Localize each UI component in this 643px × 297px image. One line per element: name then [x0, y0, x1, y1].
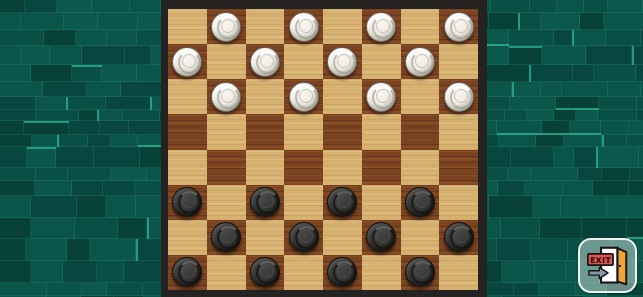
- game-screen: ⛀⛀⛀⛀⛀⛀⛀⛀⛀⛀⛀⛀⛂⛂⛂⛂⛂⛂⛂⛂⛂⛂⛂⛂ EXIT: [0, 0, 643, 297]
- background-tile: [88, 135, 111, 147]
- board-square-h8[interactable]: ⛀: [439, 9, 478, 44]
- board-square-b8[interactable]: ⛀: [207, 9, 246, 44]
- background-tile: [539, 283, 576, 296]
- background-tile: [554, 110, 576, 121]
- background-tile: [604, 13, 643, 30]
- background-tile: [36, 97, 68, 110]
- board-square-g7[interactable]: ⛀: [401, 44, 440, 79]
- background-tile: [0, 147, 27, 168]
- background-tile: [0, 121, 24, 135]
- background-tile: [542, 46, 586, 65]
- background-tile: [50, 46, 82, 65]
- background-tile: [0, 82, 43, 97]
- background-tile: [576, 110, 598, 121]
- background-tile: [31, 261, 63, 283]
- background-tile: [69, 121, 100, 135]
- background-tile: [582, 218, 627, 239]
- background-tile: [44, 30, 76, 46]
- board-square-g5[interactable]: [401, 114, 440, 149]
- background-tile: [564, 135, 602, 147]
- board-square-h2[interactable]: ⛂: [439, 220, 478, 255]
- background-tile: [527, 110, 554, 121]
- white-piece[interactable]: ⛀: [327, 47, 357, 77]
- background-tile: [92, 0, 130, 13]
- background-tile: [511, 147, 554, 168]
- exit-icon: EXIT: [587, 246, 629, 286]
- board-square-a1[interactable]: ⛂: [168, 255, 207, 290]
- background-tile: [125, 46, 151, 65]
- board-square-f2[interactable]: ⛂: [362, 220, 401, 255]
- board-square-b6[interactable]: ⛀: [207, 79, 246, 114]
- background-tile: [0, 65, 31, 82]
- background-tile: [111, 135, 138, 147]
- background-tile: [594, 65, 636, 82]
- board-square-a3[interactable]: ⛂: [168, 185, 207, 220]
- board-square-h3: [439, 185, 478, 220]
- background-tile: [497, 239, 531, 261]
- background-tile: [599, 97, 637, 110]
- background-tile: [68, 97, 106, 110]
- background-tile: [94, 147, 140, 168]
- board-square-h5: [439, 114, 478, 149]
- board-square-d7: [284, 44, 323, 79]
- board-square-f8[interactable]: ⛀: [362, 9, 401, 44]
- background-tile: [21, 46, 50, 65]
- board-square-b3: [207, 185, 246, 220]
- board-square-c7[interactable]: ⛀: [246, 44, 285, 79]
- background-tile: [0, 0, 25, 13]
- black-piece[interactable]: ⛂: [327, 187, 357, 217]
- background-tile: [629, 121, 643, 135]
- checkers-board: ⛀⛀⛀⛀⛀⛀⛀⛀⛀⛀⛀⛀⛂⛂⛂⛂⛂⛂⛂⛂⛂⛂⛂⛂: [161, 0, 487, 297]
- background-tile: [76, 30, 107, 46]
- board-square-b2[interactable]: ⛂: [207, 220, 246, 255]
- background-tile: [72, 181, 103, 196]
- background-tile: [98, 13, 138, 30]
- background-tile: [75, 218, 118, 239]
- background-tile: [512, 82, 541, 97]
- background-tile: [570, 121, 601, 135]
- background-tile: [72, 65, 102, 82]
- board-square-f7: [362, 44, 401, 79]
- background-tile: [0, 135, 32, 147]
- background-tile: [607, 196, 643, 218]
- white-piece[interactable]: ⛀: [172, 47, 202, 77]
- board-square-f4[interactable]: [362, 150, 401, 185]
- board-square-a2: [168, 220, 207, 255]
- board-square-c6: [246, 79, 285, 114]
- background-tile: [541, 82, 562, 97]
- background-tile: [533, 196, 561, 218]
- background-tile: [43, 82, 87, 97]
- board-square-d5: [284, 114, 323, 149]
- background-tile: [0, 261, 31, 283]
- background-tile: [0, 218, 31, 239]
- board-square-e3[interactable]: ⛂: [323, 185, 362, 220]
- board-square-c2: [246, 220, 285, 255]
- background-tile: [0, 181, 35, 196]
- black-piece[interactable]: ⛂: [327, 257, 357, 287]
- board-square-g4: [401, 150, 440, 185]
- black-piece[interactable]: ⛂: [250, 187, 280, 217]
- background-tile: [79, 110, 99, 121]
- background-tile: [574, 30, 606, 46]
- board-square-e4: [323, 150, 362, 185]
- board-square-e7[interactable]: ⛀: [323, 44, 362, 79]
- board-square-d8[interactable]: ⛀: [284, 9, 323, 44]
- background-tile: [573, 65, 594, 82]
- background-tile: [0, 110, 36, 121]
- background-tile: [106, 196, 136, 218]
- background-tile: [602, 135, 627, 147]
- background-tile: [24, 121, 69, 135]
- black-piece[interactable]: ⛂: [211, 222, 241, 252]
- board-square-f6[interactable]: ⛀: [362, 79, 401, 114]
- black-piece[interactable]: ⛂: [366, 222, 396, 252]
- background-tile: [601, 121, 629, 135]
- background-tile: [0, 168, 36, 181]
- background-tile: [531, 239, 568, 261]
- board-square-c5[interactable]: [246, 114, 285, 149]
- background-tile: [586, 46, 632, 65]
- white-piece[interactable]: ⛀: [289, 82, 319, 112]
- background-tile: [542, 121, 570, 135]
- background-tile: [99, 110, 123, 121]
- background-tile: [121, 82, 164, 97]
- background-tile: [0, 46, 21, 65]
- background-tile: [637, 110, 643, 121]
- background-tile: [107, 283, 143, 296]
- board-square-g3[interactable]: ⛂: [401, 185, 440, 220]
- background-tile: [118, 218, 147, 239]
- background-tile: [531, 65, 573, 82]
- board-square-h4[interactable]: [439, 150, 478, 185]
- board-square-a7[interactable]: ⛀: [168, 44, 207, 79]
- board-square-a5[interactable]: [168, 114, 207, 149]
- background-tile: [584, 0, 608, 13]
- board-square-g8: [401, 9, 440, 44]
- white-piece[interactable]: ⛀: [405, 47, 435, 77]
- background-tile: [514, 283, 539, 296]
- background-tile: [123, 110, 160, 121]
- background-tile: [531, 168, 578, 181]
- background-tile: [629, 181, 643, 196]
- board-square-e5[interactable]: [323, 114, 362, 149]
- background-tile: [0, 196, 31, 218]
- background-tile: [535, 261, 566, 283]
- background-tile: [90, 239, 136, 261]
- background-tile: [498, 181, 525, 196]
- background-tile: [608, 0, 643, 13]
- black-piece[interactable]: ⛂: [172, 257, 202, 287]
- background-tile: [509, 46, 542, 65]
- background-tile: [508, 168, 531, 181]
- background-tile: [64, 13, 98, 30]
- board-square-e1[interactable]: ⛂: [323, 255, 362, 290]
- board-square-h1: [439, 255, 478, 290]
- background-tile: [57, 0, 92, 13]
- background-tile: [637, 97, 643, 110]
- board-square-e8: [323, 9, 362, 44]
- background-tile: [525, 181, 563, 196]
- background-tile: [540, 218, 582, 239]
- white-piece[interactable]: ⛀: [366, 12, 396, 42]
- background-tile: [25, 0, 57, 13]
- background-tile: [501, 218, 540, 239]
- board-square-e2: [323, 220, 362, 255]
- background-tile: [536, 135, 564, 147]
- background-tile: [636, 65, 643, 82]
- background-tile: [580, 13, 604, 30]
- background-tile: [486, 283, 514, 296]
- background-tile: [0, 239, 26, 261]
- board-square-c3[interactable]: ⛂: [246, 185, 285, 220]
- board-square-f5: [362, 114, 401, 149]
- background-tile: [554, 30, 574, 46]
- background-tile: [598, 110, 637, 121]
- exit-sign-label: EXIT: [589, 255, 610, 264]
- background-tile: [0, 283, 47, 296]
- board-square-g6: [401, 79, 440, 114]
- background-tile: [77, 196, 106, 218]
- background-tile: [63, 261, 97, 283]
- background-tile: [97, 261, 124, 283]
- black-piece[interactable]: ⛂: [444, 222, 474, 252]
- board-square-c4: [246, 150, 285, 185]
- background-tile: [561, 196, 607, 218]
- background-tile: [111, 168, 147, 181]
- white-piece[interactable]: ⛀: [444, 12, 474, 42]
- board-square-a4: [168, 150, 207, 185]
- background-tile: [130, 0, 161, 13]
- background-tile: [31, 196, 77, 218]
- background-tile: [27, 147, 56, 168]
- background-tile: [32, 135, 59, 147]
- background-tile: [47, 283, 82, 296]
- background-tile: [630, 168, 643, 181]
- background-tile: [606, 30, 641, 46]
- board-square-d4[interactable]: [284, 150, 323, 185]
- board-square-h6[interactable]: ⛀: [439, 79, 478, 114]
- background-tile: [510, 97, 556, 110]
- board-square-d1: [284, 255, 323, 290]
- board-square-f3: [362, 185, 401, 220]
- background-tile: [106, 97, 152, 110]
- background-tile: [554, 147, 574, 168]
- background-tile: [530, 0, 557, 13]
- background-tile: [31, 218, 75, 239]
- background-tile: [627, 218, 643, 239]
- black-piece[interactable]: ⛂: [405, 187, 435, 217]
- white-piece[interactable]: ⛀: [289, 12, 319, 42]
- background-tile: [499, 135, 536, 147]
- background-tile: [505, 110, 527, 121]
- board-square-f1: [362, 255, 401, 290]
- background-tile: [608, 82, 641, 97]
- background-tile: [593, 181, 629, 196]
- background-tile: [639, 147, 643, 168]
- background-tile: [35, 181, 72, 196]
- background-tile: [82, 283, 107, 296]
- board-square-b7: [207, 44, 246, 79]
- background-tile: [574, 147, 598, 168]
- background-tile: [82, 46, 125, 65]
- board-square-h7: [439, 44, 478, 79]
- background-tile: [509, 30, 554, 46]
- background-tile: [639, 239, 643, 261]
- background-tile: [68, 168, 111, 181]
- background-tile: [0, 97, 36, 110]
- background-tile: [541, 13, 580, 30]
- board-square-g1[interactable]: ⛂: [401, 255, 440, 290]
- background-tile: [56, 147, 94, 168]
- background-tile: [138, 135, 163, 147]
- background-tile: [489, 13, 520, 30]
- black-piece[interactable]: ⛂: [289, 222, 319, 252]
- background-tile: [31, 65, 72, 82]
- board-square-d6[interactable]: ⛀: [284, 79, 323, 114]
- background-tile: [578, 168, 602, 181]
- background-tile: [36, 168, 68, 181]
- white-piece[interactable]: ⛀: [211, 12, 241, 42]
- white-piece[interactable]: ⛀: [444, 82, 474, 112]
- background-tile: [26, 239, 67, 261]
- board-square-d3: [284, 185, 323, 220]
- background-tile: [627, 135, 643, 147]
- black-piece[interactable]: ⛂: [405, 257, 435, 287]
- background-tile: [102, 65, 137, 82]
- background-tile: [598, 147, 639, 168]
- white-piece[interactable]: ⛀: [250, 47, 280, 77]
- background-tile: [632, 46, 643, 65]
- board-square-c8: [246, 9, 285, 44]
- background-tile: [557, 0, 584, 13]
- board-square-g2: [401, 220, 440, 255]
- background-tile: [489, 196, 533, 218]
- background-tile: [107, 30, 137, 46]
- board-square-b1: [207, 255, 246, 290]
- background-tile: [563, 181, 593, 196]
- background-tile: [502, 261, 535, 283]
- background-tile: [36, 110, 79, 121]
- white-piece[interactable]: ⛀: [211, 82, 241, 112]
- background-tile: [497, 121, 542, 135]
- black-piece[interactable]: ⛂: [172, 187, 202, 217]
- background-tile: [520, 13, 541, 30]
- background-tile: [87, 82, 121, 97]
- background-tile: [484, 65, 531, 82]
- board-square-a8: [168, 9, 207, 44]
- exit-button[interactable]: EXIT: [578, 238, 637, 293]
- background-tile: [21, 13, 64, 30]
- board-square-e6: [323, 79, 362, 114]
- white-piece[interactable]: ⛀: [366, 82, 396, 112]
- background-tile: [103, 181, 135, 196]
- background-tile: [556, 97, 599, 110]
- background-tile: [100, 121, 129, 135]
- board-square-b4[interactable]: [207, 150, 246, 185]
- board-square-c1[interactable]: ⛂: [246, 255, 285, 290]
- background-tile: [67, 239, 90, 261]
- background-tile: [562, 82, 608, 97]
- board-square-d2[interactable]: ⛂: [284, 220, 323, 255]
- black-piece[interactable]: ⛂: [250, 257, 280, 287]
- board-square-b5: [207, 114, 246, 149]
- background-tile: [491, 0, 530, 13]
- background-tile: [59, 135, 88, 147]
- door-knob: [618, 264, 620, 266]
- background-tile: [602, 168, 630, 181]
- board-square-a6: [168, 79, 207, 114]
- background-tile: [0, 13, 21, 30]
- background-tile: [0, 30, 44, 46]
